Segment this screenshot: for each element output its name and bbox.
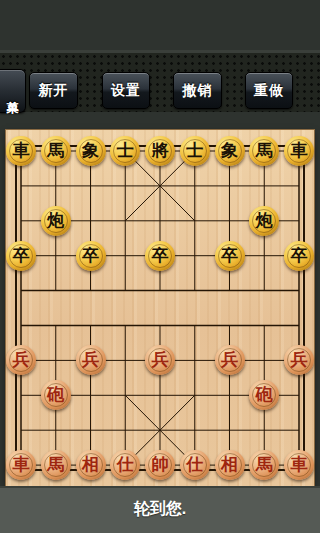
status-bar: 轮到您. xyxy=(0,486,320,533)
piece-character: 馬 xyxy=(256,136,273,166)
black-piece-炮-file7-rank2[interactable]: 炮 xyxy=(249,206,279,236)
piece-character: 炮 xyxy=(256,206,273,236)
piece-character: 馬 xyxy=(47,450,64,480)
black-piece-象-file2-rank0[interactable]: 象 xyxy=(76,136,106,166)
toolbar: 菜单 新开 设置 撤销 重做 xyxy=(0,53,320,112)
black-piece-卒-file4-rank3[interactable]: 卒 xyxy=(145,241,175,271)
black-piece-卒-file0-rank3[interactable]: 卒 xyxy=(6,241,36,271)
piece-character: 仕 xyxy=(117,450,134,480)
red-piece-馬-file1-rank9[interactable]: 馬 xyxy=(41,450,71,480)
settings-button[interactable]: 设置 xyxy=(102,72,150,109)
piece-character: 砲 xyxy=(47,380,64,410)
red-piece-車-file0-rank9[interactable]: 車 xyxy=(6,450,36,480)
black-piece-車-file8-rank0[interactable]: 車 xyxy=(284,136,314,166)
piece-character: 士 xyxy=(186,136,203,166)
piece-character: 士 xyxy=(117,136,134,166)
redo-button[interactable]: 重做 xyxy=(245,72,293,109)
piece-character: 卒 xyxy=(152,241,169,271)
piece-character: 卒 xyxy=(82,241,99,271)
piece-character: 帥 xyxy=(152,450,169,480)
piece-character: 車 xyxy=(13,136,30,166)
red-piece-仕-file5-rank9[interactable]: 仕 xyxy=(180,450,210,480)
black-piece-象-file6-rank0[interactable]: 象 xyxy=(215,136,245,166)
black-piece-將-file4-rank0[interactable]: 將 xyxy=(145,136,175,166)
menu-tab-button[interactable]: 菜单 xyxy=(0,69,26,113)
piece-character: 卒 xyxy=(291,241,308,271)
piece-character: 兵 xyxy=(82,345,99,375)
status-text: 轮到您. xyxy=(134,499,186,520)
piece-character: 仕 xyxy=(186,450,203,480)
piece-character: 象 xyxy=(82,136,99,166)
piece-character: 車 xyxy=(291,136,308,166)
black-piece-卒-file2-rank3[interactable]: 卒 xyxy=(76,241,106,271)
piece-character: 將 xyxy=(152,136,169,166)
piece-character: 兵 xyxy=(152,345,169,375)
piece-character: 馬 xyxy=(256,450,273,480)
red-piece-兵-file2-rank6[interactable]: 兵 xyxy=(76,345,106,375)
piece-character: 炮 xyxy=(47,206,64,236)
piece-character: 象 xyxy=(221,136,238,166)
red-piece-相-file2-rank9[interactable]: 相 xyxy=(76,450,106,480)
black-piece-卒-file6-rank3[interactable]: 卒 xyxy=(215,241,245,271)
top-blank-bar xyxy=(0,0,320,50)
xiangqi-app-screen: 菜单 新开 设置 撤销 重做 車馬象士將士象馬車炮炮卒卒卒卒卒兵兵兵兵兵砲砲車馬… xyxy=(0,0,320,533)
black-piece-士-file5-rank0[interactable]: 士 xyxy=(180,136,210,166)
piece-character: 卒 xyxy=(221,241,238,271)
board-grid-lines xyxy=(6,130,314,486)
red-piece-車-file8-rank9[interactable]: 車 xyxy=(284,450,314,480)
piece-character: 兵 xyxy=(13,345,30,375)
black-piece-卒-file8-rank3[interactable]: 卒 xyxy=(284,241,314,271)
piece-character: 卒 xyxy=(13,241,30,271)
black-piece-車-file0-rank0[interactable]: 車 xyxy=(6,136,36,166)
black-piece-炮-file1-rank2[interactable]: 炮 xyxy=(41,206,71,236)
undo-button[interactable]: 撤销 xyxy=(173,72,222,109)
piece-character: 相 xyxy=(221,450,238,480)
piece-character: 車 xyxy=(291,450,308,480)
piece-character: 車 xyxy=(13,450,30,480)
red-piece-兵-file6-rank6[interactable]: 兵 xyxy=(215,345,245,375)
red-piece-砲-file1-rank7[interactable]: 砲 xyxy=(41,380,71,410)
piece-character: 兵 xyxy=(291,345,308,375)
new-game-button[interactable]: 新开 xyxy=(29,72,78,109)
piece-character: 兵 xyxy=(221,345,238,375)
piece-character: 馬 xyxy=(47,136,64,166)
red-piece-帥-file4-rank9[interactable]: 帥 xyxy=(145,450,175,480)
red-piece-相-file6-rank9[interactable]: 相 xyxy=(215,450,245,480)
black-piece-馬-file1-rank0[interactable]: 馬 xyxy=(41,136,71,166)
xiangqi-board[interactable]: 車馬象士將士象馬車炮炮卒卒卒卒卒兵兵兵兵兵砲砲車馬相仕帥仕相馬車 xyxy=(6,130,314,486)
piece-character: 砲 xyxy=(256,380,273,410)
piece-character: 相 xyxy=(82,450,99,480)
